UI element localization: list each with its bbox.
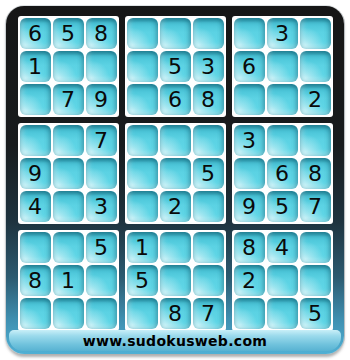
cell-r9c6[interactable]: 7 — [193, 298, 224, 329]
cell-r2c9[interactable] — [300, 51, 331, 82]
cell-r2c8[interactable] — [267, 51, 298, 82]
cell-r2c3[interactable] — [86, 51, 117, 82]
cell-r7c5[interactable] — [160, 232, 191, 263]
cell-r5c9[interactable]: 8 — [300, 158, 331, 189]
cell-r5c4[interactable] — [127, 158, 158, 189]
cell-r5c1[interactable]: 9 — [20, 158, 51, 189]
cell-r9c7[interactable] — [234, 298, 265, 329]
cell-r9c1[interactable] — [20, 298, 51, 329]
cell-r1c7[interactable] — [234, 18, 265, 49]
footer-band: www.sudokusweb.com — [9, 330, 341, 351]
cell-r8c8[interactable] — [267, 265, 298, 296]
cell-r9c8[interactable] — [267, 298, 298, 329]
cell-r2c6[interactable]: 3 — [193, 51, 224, 82]
cell-r7c6[interactable] — [193, 232, 224, 263]
cell-r7c4[interactable]: 1 — [127, 232, 158, 263]
cell-r1c5[interactable] — [160, 18, 191, 49]
box-6: 368957 — [232, 123, 333, 224]
sudoku-board: 658179536836279435236895758115878425 — [6, 6, 344, 331]
box-9: 8425 — [232, 230, 333, 331]
cell-r2c1[interactable]: 1 — [20, 51, 51, 82]
cell-r5c3[interactable] — [86, 158, 117, 189]
cell-r7c2[interactable] — [53, 232, 84, 263]
board-frame: 658179536836279435236895758115878425 www… — [6, 6, 344, 354]
cell-r3c8[interactable] — [267, 84, 298, 115]
cell-r1c3[interactable]: 8 — [86, 18, 117, 49]
cell-r6c8[interactable]: 5 — [267, 191, 298, 222]
cell-r3c6[interactable]: 8 — [193, 84, 224, 115]
cell-r2c4[interactable] — [127, 51, 158, 82]
cell-r5c2[interactable] — [53, 158, 84, 189]
box-7: 581 — [18, 230, 119, 331]
box-5: 52 — [125, 123, 226, 224]
cell-r4c1[interactable] — [20, 125, 51, 156]
cell-r1c8[interactable]: 3 — [267, 18, 298, 49]
cell-r9c4[interactable] — [127, 298, 158, 329]
cell-r4c5[interactable] — [160, 125, 191, 156]
cell-r4c7[interactable]: 3 — [234, 125, 265, 156]
cell-r8c3[interactable] — [86, 265, 117, 296]
box-3: 362 — [232, 16, 333, 117]
cell-r3c7[interactable] — [234, 84, 265, 115]
cell-r7c1[interactable] — [20, 232, 51, 263]
cell-r5c7[interactable] — [234, 158, 265, 189]
cell-r7c3[interactable]: 5 — [86, 232, 117, 263]
cell-r3c2[interactable]: 7 — [53, 84, 84, 115]
cell-r2c5[interactable]: 5 — [160, 51, 191, 82]
cell-r9c5[interactable]: 8 — [160, 298, 191, 329]
cell-r6c9[interactable]: 7 — [300, 191, 331, 222]
cell-r8c9[interactable] — [300, 265, 331, 296]
cell-r6c4[interactable] — [127, 191, 158, 222]
cell-r7c9[interactable] — [300, 232, 331, 263]
box-2: 5368 — [125, 16, 226, 117]
cell-r8c1[interactable]: 8 — [20, 265, 51, 296]
cell-r4c4[interactable] — [127, 125, 158, 156]
cell-r1c9[interactable] — [300, 18, 331, 49]
cell-r3c9[interactable]: 2 — [300, 84, 331, 115]
cell-r2c2[interactable] — [53, 51, 84, 82]
sudoku-screenshot: 658179536836279435236895758115878425 www… — [0, 0, 350, 360]
box-4: 7943 — [18, 123, 119, 224]
cell-r6c3[interactable]: 3 — [86, 191, 117, 222]
cell-r4c9[interactable] — [300, 125, 331, 156]
cell-r8c5[interactable] — [160, 265, 191, 296]
cell-r8c2[interactable]: 1 — [53, 265, 84, 296]
cell-r9c9[interactable]: 5 — [300, 298, 331, 329]
cell-r4c8[interactable] — [267, 125, 298, 156]
cell-r8c6[interactable] — [193, 265, 224, 296]
cell-r2c7[interactable]: 6 — [234, 51, 265, 82]
cell-r4c6[interactable] — [193, 125, 224, 156]
cell-r9c3[interactable] — [86, 298, 117, 329]
cell-r7c8[interactable]: 4 — [267, 232, 298, 263]
cell-r4c2[interactable] — [53, 125, 84, 156]
site-url-link[interactable]: www.sudokusweb.com — [83, 333, 267, 349]
cell-r1c4[interactable] — [127, 18, 158, 49]
cell-r6c1[interactable]: 4 — [20, 191, 51, 222]
box-1: 658179 — [18, 16, 119, 117]
cell-r3c1[interactable] — [20, 84, 51, 115]
cell-r8c7[interactable]: 2 — [234, 265, 265, 296]
cell-r6c2[interactable] — [53, 191, 84, 222]
cell-r1c6[interactable] — [193, 18, 224, 49]
cell-r5c5[interactable] — [160, 158, 191, 189]
cell-r5c6[interactable]: 5 — [193, 158, 224, 189]
cell-r3c4[interactable] — [127, 84, 158, 115]
cell-r7c7[interactable]: 8 — [234, 232, 265, 263]
cell-r4c3[interactable]: 7 — [86, 125, 117, 156]
box-8: 1587 — [125, 230, 226, 331]
cell-r1c1[interactable]: 6 — [20, 18, 51, 49]
cell-r1c2[interactable]: 5 — [53, 18, 84, 49]
cell-r6c6[interactable] — [193, 191, 224, 222]
cell-r5c8[interactable]: 6 — [267, 158, 298, 189]
cell-r6c5[interactable]: 2 — [160, 191, 191, 222]
cell-r3c5[interactable]: 6 — [160, 84, 191, 115]
cell-r9c2[interactable] — [53, 298, 84, 329]
cell-r6c7[interactable]: 9 — [234, 191, 265, 222]
cell-r3c3[interactable]: 9 — [86, 84, 117, 115]
cell-r8c4[interactable]: 5 — [127, 265, 158, 296]
